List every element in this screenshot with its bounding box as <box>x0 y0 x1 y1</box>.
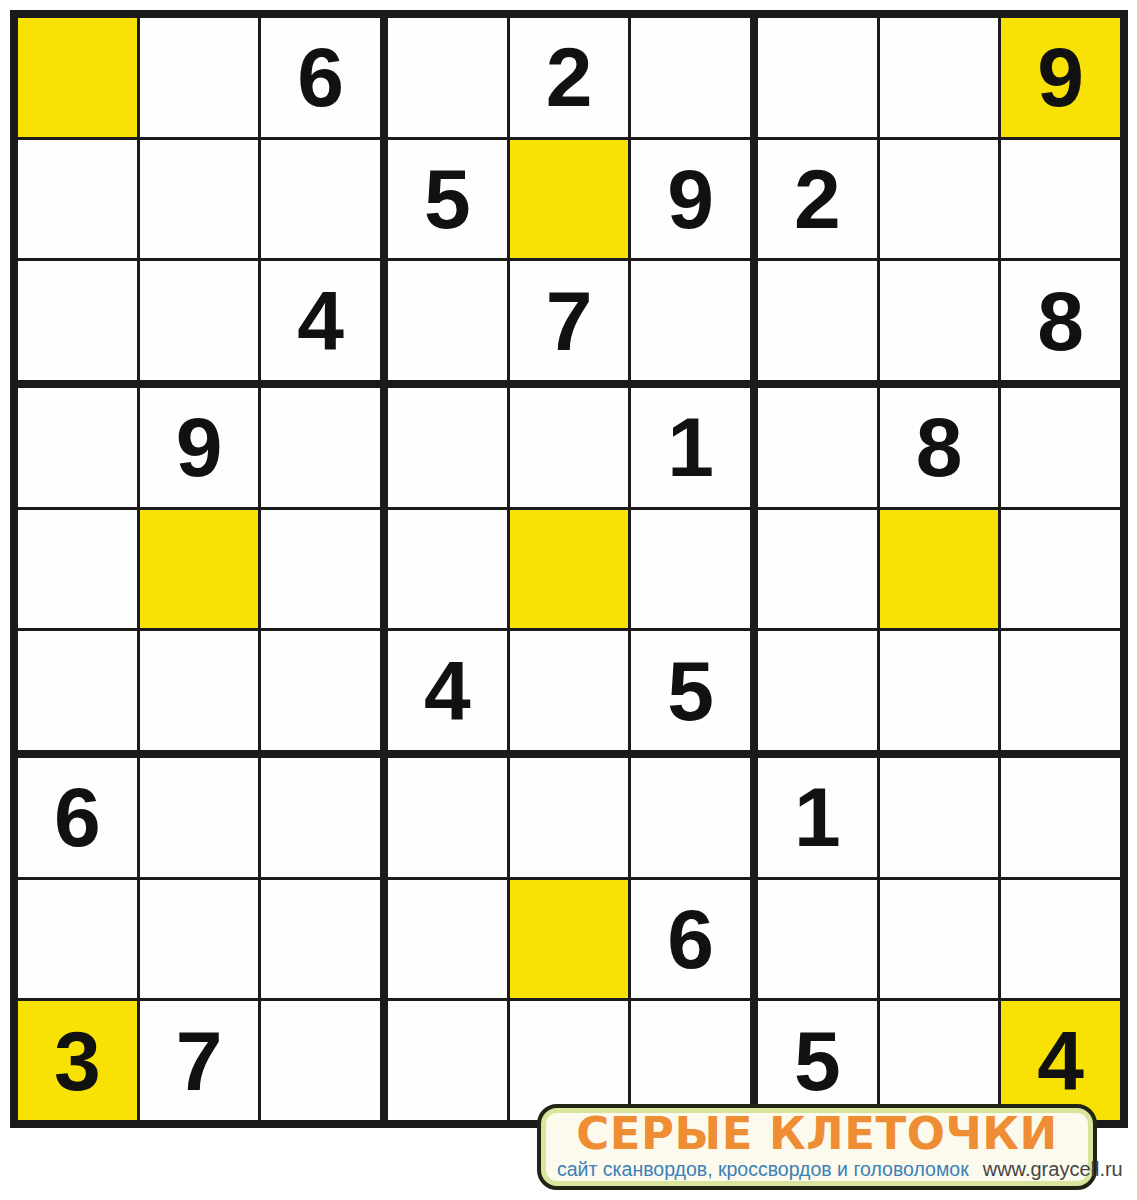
cell-r5c4[interactable] <box>388 510 507 629</box>
cell-r8c8[interactable] <box>880 880 999 999</box>
cell-r1c2[interactable] <box>140 18 259 137</box>
cell-r2c1[interactable] <box>18 140 137 259</box>
cell-r8c5[interactable] <box>510 880 629 999</box>
cell-r4c3[interactable] <box>261 388 380 507</box>
cell-r7c5[interactable] <box>510 758 629 877</box>
cell-r3c4[interactable] <box>388 261 507 380</box>
cell-r5c3[interactable] <box>261 510 380 629</box>
cell-r3c8[interactable] <box>880 261 999 380</box>
cell-r4c8[interactable]: 8 <box>880 388 999 507</box>
box-3: 928 <box>758 18 1120 380</box>
cell-r6c4[interactable]: 4 <box>388 631 507 750</box>
cell-r9c2[interactable]: 7 <box>140 1001 259 1120</box>
cell-r3c3[interactable]: 4 <box>261 261 380 380</box>
cell-r7c6[interactable] <box>631 758 750 877</box>
cell-r6c6[interactable]: 5 <box>631 631 750 750</box>
box-7: 637 <box>18 758 380 1120</box>
cell-r4c5[interactable] <box>510 388 629 507</box>
box-2: 2597 <box>388 18 750 380</box>
cell-r9c8[interactable] <box>880 1001 999 1120</box>
cell-r4c6[interactable]: 1 <box>631 388 750 507</box>
cell-r9c6[interactable] <box>631 1001 750 1120</box>
cell-r5c9[interactable] <box>1001 510 1120 629</box>
cell-r1c6[interactable] <box>631 18 750 137</box>
cell-r8c1[interactable] <box>18 880 137 999</box>
cell-r1c8[interactable] <box>880 18 999 137</box>
box-4: 9 <box>18 388 380 750</box>
cell-r9c4[interactable] <box>388 1001 507 1120</box>
cell-r4c2[interactable]: 9 <box>140 388 259 507</box>
cell-r9c3[interactable] <box>261 1001 380 1120</box>
cell-r3c1[interactable] <box>18 261 137 380</box>
box-8: 6 <box>388 758 750 1120</box>
cell-r7c7[interactable]: 1 <box>758 758 877 877</box>
cell-r3c5[interactable]: 7 <box>510 261 629 380</box>
cell-r8c4[interactable] <box>388 880 507 999</box>
page: 642597928914586376154 СЕРЫЕ КЛЕТОЧКИ сай… <box>0 0 1137 1200</box>
cell-r8c7[interactable] <box>758 880 877 999</box>
cell-r7c2[interactable] <box>140 758 259 877</box>
cell-r2c7[interactable]: 2 <box>758 140 877 259</box>
cell-r4c4[interactable] <box>388 388 507 507</box>
box-6: 8 <box>758 388 1120 750</box>
cell-r4c9[interactable] <box>1001 388 1120 507</box>
cell-r2c9[interactable] <box>1001 140 1120 259</box>
cell-r8c3[interactable] <box>261 880 380 999</box>
cell-r2c6[interactable]: 9 <box>631 140 750 259</box>
cell-r8c6[interactable]: 6 <box>631 880 750 999</box>
cell-r5c7[interactable] <box>758 510 877 629</box>
site-logo-subtitle: сайт сканвордов, кроссвордов и головолом… <box>557 1158 969 1181</box>
cell-r3c2[interactable] <box>140 261 259 380</box>
sudoku-board: 642597928914586376154 <box>10 10 1128 1128</box>
box-5: 145 <box>388 388 750 750</box>
cell-r4c1[interactable] <box>18 388 137 507</box>
cell-r1c9[interactable]: 9 <box>1001 18 1120 137</box>
cell-r6c7[interactable] <box>758 631 877 750</box>
cell-r9c1[interactable]: 3 <box>18 1001 137 1120</box>
cell-r8c2[interactable] <box>140 880 259 999</box>
cell-r7c9[interactable] <box>1001 758 1120 877</box>
cell-r5c5[interactable] <box>510 510 629 629</box>
cell-r1c7[interactable] <box>758 18 877 137</box>
site-logo-url[interactable]: www.graycell.ru <box>983 1158 1123 1181</box>
cell-r3c6[interactable] <box>631 261 750 380</box>
cell-r2c8[interactable] <box>880 140 999 259</box>
site-logo-tagline-row: сайт сканвордов, кроссвордов и головолом… <box>557 1158 1077 1181</box>
cell-r2c2[interactable] <box>140 140 259 259</box>
cell-r2c4[interactable]: 5 <box>388 140 507 259</box>
cell-r9c5[interactable] <box>510 1001 629 1120</box>
site-logo: СЕРЫЕ КЛЕТОЧКИ сайт сканвордов, кроссвор… <box>537 1104 1097 1190</box>
cell-r5c1[interactable] <box>18 510 137 629</box>
cell-r7c8[interactable] <box>880 758 999 877</box>
cell-r5c2[interactable] <box>140 510 259 629</box>
cell-r7c4[interactable] <box>388 758 507 877</box>
cell-r5c6[interactable] <box>631 510 750 629</box>
cell-r5c8[interactable] <box>880 510 999 629</box>
cell-r3c7[interactable] <box>758 261 877 380</box>
cell-r6c2[interactable] <box>140 631 259 750</box>
cell-r4c7[interactable] <box>758 388 877 507</box>
cell-r1c4[interactable] <box>388 18 507 137</box>
cell-r1c5[interactable]: 2 <box>510 18 629 137</box>
cell-r2c3[interactable] <box>261 140 380 259</box>
box-1: 64 <box>18 18 380 380</box>
cell-r6c5[interactable] <box>510 631 629 750</box>
cell-r9c9[interactable]: 4 <box>1001 1001 1120 1120</box>
box-9: 154 <box>758 758 1120 1120</box>
cell-r6c1[interactable] <box>18 631 137 750</box>
cell-r8c9[interactable] <box>1001 880 1120 999</box>
site-logo-title: СЕРЫЕ КЛЕТОЧКИ <box>576 1111 1057 1156</box>
cell-r1c1[interactable] <box>18 18 137 137</box>
cell-r7c1[interactable]: 6 <box>18 758 137 877</box>
cell-r9c7[interactable]: 5 <box>758 1001 877 1120</box>
cell-r6c8[interactable] <box>880 631 999 750</box>
cell-r7c3[interactable] <box>261 758 380 877</box>
cell-r1c3[interactable]: 6 <box>261 18 380 137</box>
cell-r3c9[interactable]: 8 <box>1001 261 1120 380</box>
cell-r6c9[interactable] <box>1001 631 1120 750</box>
cell-r2c5[interactable] <box>510 140 629 259</box>
cell-r6c3[interactable] <box>261 631 380 750</box>
